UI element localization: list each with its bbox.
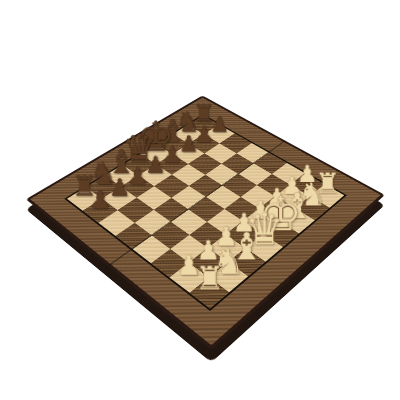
piece-black-pawn-a7: ♟ (89, 188, 111, 213)
piece-white-rook-a1: ♜ (195, 262, 224, 294)
board-grid: ♜♟♟♜♞♟♟♞♝♟♟♝♚♟♟♚♛♟♟♛♝♟♟♝♞♟♟♞♜♟♟♜ (64, 114, 347, 311)
clasp-icon (346, 217, 364, 231)
chess-board: ♜♟♟♜♞♟♟♞♝♟♟♝♚♟♟♚♛♟♟♛♝♟♟♝♞♟♟♞♜♟♟♜ (26, 96, 385, 350)
square-a1: ♜ (189, 277, 229, 309)
square-b4 (152, 222, 189, 249)
piece-black-pawn-b7: ♟ (108, 176, 130, 200)
chess-set-photo: ♜♟♟♜♞♟♟♞♝♟♟♝♚♟♟♚♛♟♟♛♝♟♟♝♞♟♟♞♜♟♟♜ (0, 0, 400, 400)
